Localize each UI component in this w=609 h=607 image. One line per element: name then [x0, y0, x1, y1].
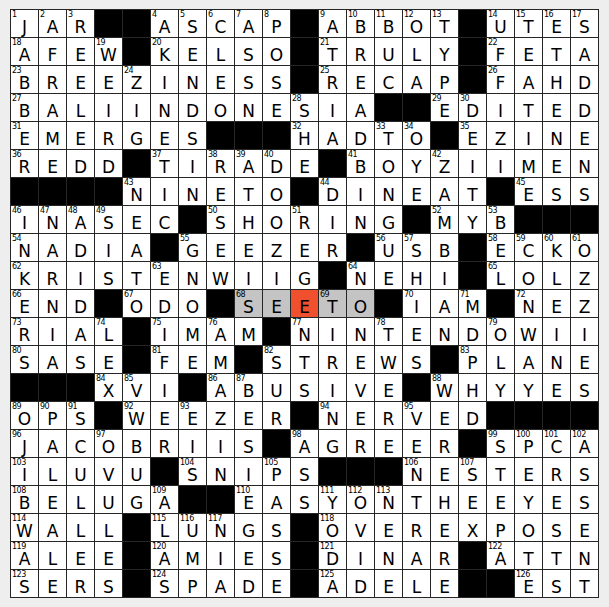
- cell-r8c14[interactable]: G: [375, 206, 402, 233]
- cell-r13c21[interactable]: E: [571, 346, 598, 373]
- cell-r4c1[interactable]: 27B: [11, 94, 38, 121]
- cell-r19c20[interactable]: S: [543, 514, 570, 541]
- cell-r8c9[interactable]: H: [235, 206, 262, 233]
- cell-r11c10[interactable]: E: [263, 290, 290, 317]
- cell-r18c16[interactable]: H: [431, 486, 458, 513]
- cell-r10c10[interactable]: I: [263, 262, 290, 289]
- cell-r10c20[interactable]: L: [543, 262, 570, 289]
- cell-r8c12[interactable]: I: [319, 206, 346, 233]
- cell-r14c20[interactable]: E: [543, 374, 570, 401]
- cell-r5c13[interactable]: D: [347, 122, 374, 149]
- cell-r15c10[interactable]: R: [263, 402, 290, 429]
- cell-r17c9[interactable]: I: [235, 458, 262, 485]
- cell-r10c9[interactable]: I: [235, 262, 262, 289]
- cell-r18c14[interactable]: 113N: [375, 486, 402, 513]
- cell-r12c16[interactable]: N: [431, 318, 458, 345]
- cell-r5c21[interactable]: E: [571, 122, 598, 149]
- cell-r11c15[interactable]: 70I: [403, 290, 430, 317]
- cell-r9c16[interactable]: B: [431, 234, 458, 261]
- cell-r18c5[interactable]: G: [123, 486, 150, 513]
- cell-r17c10[interactable]: 105P: [263, 458, 290, 485]
- cell-r2c2[interactable]: F: [39, 38, 66, 65]
- cell-r8c11[interactable]: 51R: [291, 206, 318, 233]
- cell-r11c21[interactable]: Z: [571, 290, 598, 317]
- cell-r9c1[interactable]: 54N: [11, 234, 38, 261]
- cell-r9c19[interactable]: 59C: [515, 234, 542, 261]
- cell-r10c16[interactable]: I: [431, 262, 458, 289]
- cell-r16c18[interactable]: 99S: [487, 430, 514, 457]
- cell-r16c3[interactable]: C: [67, 430, 94, 457]
- cell-r17c19[interactable]: E: [515, 458, 542, 485]
- cell-r6c15[interactable]: Y: [403, 150, 430, 177]
- cell-r18c2[interactable]: E: [39, 486, 66, 513]
- cell-r14c18[interactable]: Y: [487, 374, 514, 401]
- cell-r7c9[interactable]: T: [235, 178, 262, 205]
- cell-r14c14[interactable]: E: [375, 374, 402, 401]
- cell-r14c13[interactable]: V: [347, 374, 374, 401]
- cell-r19c17[interactable]: X: [459, 514, 486, 541]
- cell-r16c8[interactable]: I: [207, 430, 234, 457]
- cell-r20c18[interactable]: 122A: [487, 542, 514, 569]
- cell-r10c8[interactable]: W: [207, 262, 234, 289]
- cell-r7c6[interactable]: I: [151, 178, 178, 205]
- cell-r15c14[interactable]: R: [375, 402, 402, 429]
- cell-r2c10[interactable]: O: [263, 38, 290, 65]
- cell-r3c4[interactable]: E: [95, 66, 122, 93]
- cell-r17c1[interactable]: 103I: [11, 458, 38, 485]
- cell-r17c11[interactable]: S: [291, 458, 318, 485]
- cell-r7c15[interactable]: E: [403, 178, 430, 205]
- cell-r4c6[interactable]: N: [151, 94, 178, 121]
- cell-r12c15[interactable]: E: [403, 318, 430, 345]
- cell-r3c2[interactable]: R: [39, 66, 66, 93]
- cell-r6c14[interactable]: O: [375, 150, 402, 177]
- cell-r14c11[interactable]: S: [291, 374, 318, 401]
- cell-r5c6[interactable]: E: [151, 122, 178, 149]
- cell-r13c15[interactable]: S: [403, 346, 430, 373]
- cell-r16c15[interactable]: E: [403, 430, 430, 457]
- cell-r4c2[interactable]: A: [39, 94, 66, 121]
- cell-r3c5[interactable]: 24Z: [123, 66, 150, 93]
- cell-r18c15[interactable]: T: [403, 486, 430, 513]
- cell-r7c17[interactable]: T: [459, 178, 486, 205]
- cell-r6c3[interactable]: D: [67, 150, 94, 177]
- cell-r20c2[interactable]: L: [39, 542, 66, 569]
- cell-r2c13[interactable]: R: [347, 38, 374, 65]
- cell-r4c21[interactable]: D: [571, 94, 598, 121]
- cell-r2c20[interactable]: T: [543, 38, 570, 65]
- cell-r13c10[interactable]: 82S: [263, 346, 290, 373]
- cell-r2c6[interactable]: 20K: [151, 38, 178, 65]
- cell-r21c12[interactable]: 125A: [319, 570, 346, 597]
- cell-r8c13[interactable]: N: [347, 206, 374, 233]
- cell-r3c9[interactable]: S: [235, 66, 262, 93]
- cell-r1c15[interactable]: 12O: [403, 10, 430, 37]
- cell-r1c6[interactable]: 4A: [151, 10, 178, 37]
- cell-r20c3[interactable]: E: [67, 542, 94, 569]
- cell-r17c2[interactable]: L: [39, 458, 66, 485]
- cell-r2c1[interactable]: 18A: [11, 38, 38, 65]
- cell-r19c13[interactable]: V: [347, 514, 374, 541]
- cell-r3c15[interactable]: A: [403, 66, 430, 93]
- cell-r21c13[interactable]: D: [347, 570, 374, 597]
- cell-r20c19[interactable]: T: [515, 542, 542, 569]
- cell-r13c8[interactable]: M: [207, 346, 234, 373]
- cell-r13c11[interactable]: T: [291, 346, 318, 373]
- cell-r14c17[interactable]: H: [459, 374, 486, 401]
- cell-r6c16[interactable]: 42Z: [431, 150, 458, 177]
- cell-r14c19[interactable]: Y: [515, 374, 542, 401]
- cell-r12c3[interactable]: A: [67, 318, 94, 345]
- cell-r20c4[interactable]: E: [95, 542, 122, 569]
- cell-r16c5[interactable]: B: [123, 430, 150, 457]
- cell-r20c1[interactable]: 119A: [11, 542, 38, 569]
- cell-r19c18[interactable]: P: [487, 514, 514, 541]
- cell-r21c10[interactable]: E: [263, 570, 290, 597]
- cell-r6c20[interactable]: E: [543, 150, 570, 177]
- cell-r10c7[interactable]: N: [179, 262, 206, 289]
- cell-r17c18[interactable]: T: [487, 458, 514, 485]
- cell-r18c1[interactable]: 108B: [11, 486, 38, 513]
- cell-r20c15[interactable]: A: [403, 542, 430, 569]
- cell-r15c7[interactable]: 93E: [179, 402, 206, 429]
- cell-r3c20[interactable]: H: [543, 66, 570, 93]
- cell-r9c21[interactable]: 61O: [571, 234, 598, 261]
- cell-r7c10[interactable]: O: [263, 178, 290, 205]
- cell-r13c20[interactable]: N: [543, 346, 570, 373]
- cell-r16c4[interactable]: 97O: [95, 430, 122, 457]
- cell-r15c13[interactable]: E: [347, 402, 374, 429]
- cell-r18c18[interactable]: E: [487, 486, 514, 513]
- cell-r5c15[interactable]: 34O: [403, 122, 430, 149]
- cell-r1c1[interactable]: 1J: [11, 10, 38, 37]
- cell-r13c18[interactable]: L: [487, 346, 514, 373]
- cell-r16c13[interactable]: R: [347, 430, 374, 457]
- cell-r4c7[interactable]: D: [179, 94, 206, 121]
- cell-r10c5[interactable]: T: [123, 262, 150, 289]
- cell-r5c3[interactable]: E: [67, 122, 94, 149]
- cell-r9c15[interactable]: 57S: [403, 234, 430, 261]
- cell-r19c21[interactable]: E: [571, 514, 598, 541]
- cell-r5c17[interactable]: 35E: [459, 122, 486, 149]
- cell-r7c8[interactable]: E: [207, 178, 234, 205]
- cell-r19c2[interactable]: A: [39, 514, 66, 541]
- cell-r12c12[interactable]: I: [319, 318, 346, 345]
- cell-r9c18[interactable]: 58E: [487, 234, 514, 261]
- cell-r19c4[interactable]: L: [95, 514, 122, 541]
- cell-r10c13[interactable]: 64N: [347, 262, 374, 289]
- cell-r13c12[interactable]: R: [319, 346, 346, 373]
- cell-r8c5[interactable]: E: [123, 206, 150, 233]
- cell-r11c5[interactable]: 67O: [123, 290, 150, 317]
- cell-r12c7[interactable]: M: [179, 318, 206, 345]
- cell-r9c12[interactable]: R: [319, 234, 346, 261]
- cell-r15c8[interactable]: Z: [207, 402, 234, 429]
- cell-r11c11[interactable]: E: [291, 290, 318, 317]
- cell-r5c20[interactable]: N: [543, 122, 570, 149]
- cell-r19c15[interactable]: R: [403, 514, 430, 541]
- cell-r11c6[interactable]: D: [151, 290, 178, 317]
- cell-r6c18[interactable]: I: [487, 150, 514, 177]
- cell-r4c5[interactable]: I: [123, 94, 150, 121]
- cell-r20c9[interactable]: E: [235, 542, 262, 569]
- cell-r6c7[interactable]: I: [179, 150, 206, 177]
- cell-r9c7[interactable]: 55G: [179, 234, 206, 261]
- cell-r12c9[interactable]: M: [235, 318, 262, 345]
- cell-r8c2[interactable]: 47N: [39, 206, 66, 233]
- cell-r10c14[interactable]: E: [375, 262, 402, 289]
- cell-r7c19[interactable]: 45E: [515, 178, 542, 205]
- cell-r4c19[interactable]: T: [515, 94, 542, 121]
- cell-r1c10[interactable]: 8P: [263, 10, 290, 37]
- cell-r20c14[interactable]: N: [375, 542, 402, 569]
- cell-r4c11[interactable]: 28S: [291, 94, 318, 121]
- cell-r14c16[interactable]: 88W: [431, 374, 458, 401]
- cell-r18c3[interactable]: L: [67, 486, 94, 513]
- cell-r17c4[interactable]: V: [95, 458, 122, 485]
- cell-r11c13[interactable]: O: [347, 290, 374, 317]
- cell-r2c12[interactable]: 21T: [319, 38, 346, 65]
- cell-r3c8[interactable]: E: [207, 66, 234, 93]
- cell-r18c13[interactable]: 112O: [347, 486, 374, 513]
- cell-r16c7[interactable]: I: [179, 430, 206, 457]
- cell-r21c2[interactable]: E: [39, 570, 66, 597]
- cell-r5c4[interactable]: R: [95, 122, 122, 149]
- cell-r11c9[interactable]: 68S: [235, 290, 262, 317]
- cell-r18c19[interactable]: Y: [515, 486, 542, 513]
- cell-r13c4[interactable]: E: [95, 346, 122, 373]
- cell-r17c15[interactable]: 106N: [403, 458, 430, 485]
- cell-r3c18[interactable]: 26F: [487, 66, 514, 93]
- cell-r11c17[interactable]: 71M: [459, 290, 486, 317]
- cell-r9c9[interactable]: E: [235, 234, 262, 261]
- cell-r11c1[interactable]: 66E: [11, 290, 38, 317]
- cell-r14c5[interactable]: 85V: [123, 374, 150, 401]
- cell-r11c2[interactable]: N: [39, 290, 66, 317]
- cell-r18c10[interactable]: A: [263, 486, 290, 513]
- cell-r20c10[interactable]: S: [263, 542, 290, 569]
- cell-r15c9[interactable]: E: [235, 402, 262, 429]
- cell-r2c7[interactable]: E: [179, 38, 206, 65]
- cell-r4c17[interactable]: 30D: [459, 94, 486, 121]
- cell-r18c6[interactable]: 109A: [151, 486, 178, 513]
- cell-r15c16[interactable]: E: [431, 402, 458, 429]
- cell-r4c16[interactable]: 29E: [431, 94, 458, 121]
- cell-r8c10[interactable]: O: [263, 206, 290, 233]
- cell-r4c12[interactable]: I: [319, 94, 346, 121]
- cell-r12c21[interactable]: I: [571, 318, 598, 345]
- cell-r3c7[interactable]: N: [179, 66, 206, 93]
- cell-r18c11[interactable]: S: [291, 486, 318, 513]
- cell-r7c16[interactable]: A: [431, 178, 458, 205]
- cell-r21c19[interactable]: 126E: [515, 570, 542, 597]
- cell-r19c19[interactable]: O: [515, 514, 542, 541]
- cell-r2c18[interactable]: 22F: [487, 38, 514, 65]
- cell-r4c10[interactable]: E: [263, 94, 290, 121]
- cell-r21c7[interactable]: P: [179, 570, 206, 597]
- cell-r6c21[interactable]: N: [571, 150, 598, 177]
- cell-r12c18[interactable]: 79O: [487, 318, 514, 345]
- cell-r10c1[interactable]: 62K: [11, 262, 38, 289]
- cell-r17c21[interactable]: S: [571, 458, 598, 485]
- cell-r12c14[interactable]: 78T: [375, 318, 402, 345]
- cell-r16c2[interactable]: A: [39, 430, 66, 457]
- cell-r2c9[interactable]: S: [235, 38, 262, 65]
- cell-r8c16[interactable]: 52M: [431, 206, 458, 233]
- cell-r1c20[interactable]: 16E: [543, 10, 570, 37]
- cell-r1c21[interactable]: 17S: [571, 10, 598, 37]
- cell-r13c17[interactable]: 83P: [459, 346, 486, 373]
- cell-r16c11[interactable]: 98A: [291, 430, 318, 457]
- cell-r10c19[interactable]: O: [515, 262, 542, 289]
- cell-r3c10[interactable]: S: [263, 66, 290, 93]
- cell-r2c16[interactable]: Y: [431, 38, 458, 65]
- cell-r10c18[interactable]: 65L: [487, 262, 514, 289]
- cell-r19c9[interactable]: G: [235, 514, 262, 541]
- cell-r11c16[interactable]: A: [431, 290, 458, 317]
- cell-r12c6[interactable]: 75I: [151, 318, 178, 345]
- cell-r14c6[interactable]: I: [151, 374, 178, 401]
- cell-r2c8[interactable]: L: [207, 38, 234, 65]
- cell-r17c5[interactable]: U: [123, 458, 150, 485]
- cell-r3c13[interactable]: E: [347, 66, 374, 93]
- cell-r7c14[interactable]: N: [375, 178, 402, 205]
- cell-r5c5[interactable]: G: [123, 122, 150, 149]
- cell-r1c2[interactable]: 2A: [39, 10, 66, 37]
- cell-r8c8[interactable]: 50S: [207, 206, 234, 233]
- cell-r21c3[interactable]: R: [67, 570, 94, 597]
- cell-r14c9[interactable]: 87B: [235, 374, 262, 401]
- cell-r11c19[interactable]: 72N: [515, 290, 542, 317]
- cell-r4c13[interactable]: A: [347, 94, 374, 121]
- cell-r16c1[interactable]: 96J: [11, 430, 38, 457]
- cell-r3c6[interactable]: I: [151, 66, 178, 93]
- cell-r2c14[interactable]: U: [375, 38, 402, 65]
- cell-r10c2[interactable]: R: [39, 262, 66, 289]
- cell-r9c5[interactable]: A: [123, 234, 150, 261]
- cell-r17c7[interactable]: 104S: [179, 458, 206, 485]
- cell-r4c8[interactable]: O: [207, 94, 234, 121]
- cell-r5c18[interactable]: Z: [487, 122, 514, 149]
- cell-r7c7[interactable]: N: [179, 178, 206, 205]
- cell-r15c15[interactable]: 95V: [403, 402, 430, 429]
- cell-r21c16[interactable]: E: [431, 570, 458, 597]
- cell-r17c17[interactable]: 107S: [459, 458, 486, 485]
- cell-r19c12[interactable]: 118O: [319, 514, 346, 541]
- cell-r16c14[interactable]: E: [375, 430, 402, 457]
- cell-r9c4[interactable]: I: [95, 234, 122, 261]
- cell-r11c7[interactable]: O: [179, 290, 206, 317]
- cell-r6c9[interactable]: 39A: [235, 150, 262, 177]
- cell-r20c7[interactable]: M: [179, 542, 206, 569]
- cell-r1c18[interactable]: 14U: [487, 10, 514, 37]
- cell-r1c8[interactable]: 6C: [207, 10, 234, 37]
- cell-r3c1[interactable]: 23B: [11, 66, 38, 93]
- cell-r15c3[interactable]: 91S: [67, 402, 94, 429]
- cell-r3c12[interactable]: 25R: [319, 66, 346, 93]
- cell-r13c6[interactable]: 81F: [151, 346, 178, 373]
- cell-r2c3[interactable]: E: [67, 38, 94, 65]
- cell-r6c11[interactable]: E: [291, 150, 318, 177]
- cell-r10c6[interactable]: 63E: [151, 262, 178, 289]
- cell-r6c1[interactable]: 36R: [11, 150, 38, 177]
- cell-r21c4[interactable]: S: [95, 570, 122, 597]
- cell-r12c8[interactable]: 76A: [207, 318, 234, 345]
- cell-r15c5[interactable]: 92W: [123, 402, 150, 429]
- cell-r1c9[interactable]: 7A: [235, 10, 262, 37]
- cell-r9c11[interactable]: E: [291, 234, 318, 261]
- cell-r13c7[interactable]: E: [179, 346, 206, 373]
- cell-r8c1[interactable]: 46I: [11, 206, 38, 233]
- cell-r19c14[interactable]: E: [375, 514, 402, 541]
- cell-r3c19[interactable]: A: [515, 66, 542, 93]
- cell-r2c15[interactable]: L: [403, 38, 430, 65]
- cell-r7c5[interactable]: 43N: [123, 178, 150, 205]
- cell-r17c3[interactable]: U: [67, 458, 94, 485]
- cell-r11c12[interactable]: 69T: [319, 290, 346, 317]
- cell-r21c14[interactable]: E: [375, 570, 402, 597]
- cell-r14c12[interactable]: I: [319, 374, 346, 401]
- cell-r10c4[interactable]: S: [95, 262, 122, 289]
- cell-r20c12[interactable]: 121D: [319, 542, 346, 569]
- cell-r9c2[interactable]: A: [39, 234, 66, 261]
- cell-r10c21[interactable]: Z: [571, 262, 598, 289]
- cell-r1c3[interactable]: 3R: [67, 10, 94, 37]
- cell-r21c6[interactable]: 124S: [151, 570, 178, 597]
- cell-r6c6[interactable]: 37T: [151, 150, 178, 177]
- cell-r1c16[interactable]: 13T: [431, 10, 458, 37]
- cell-r6c2[interactable]: E: [39, 150, 66, 177]
- cell-r18c12[interactable]: 111Y: [319, 486, 346, 513]
- cell-r18c9[interactable]: 110E: [235, 486, 262, 513]
- cell-r21c8[interactable]: A: [207, 570, 234, 597]
- cell-r16c16[interactable]: R: [431, 430, 458, 457]
- cell-r3c3[interactable]: E: [67, 66, 94, 93]
- cell-r2c19[interactable]: E: [515, 38, 542, 65]
- cell-r4c4[interactable]: I: [95, 94, 122, 121]
- cell-r5c2[interactable]: M: [39, 122, 66, 149]
- cell-r15c17[interactable]: D: [459, 402, 486, 429]
- cell-r10c15[interactable]: H: [403, 262, 430, 289]
- cell-r18c21[interactable]: S: [571, 486, 598, 513]
- cell-r1c7[interactable]: 5S: [179, 10, 206, 37]
- cell-r9c20[interactable]: 60K: [543, 234, 570, 261]
- cell-r3c16[interactable]: P: [431, 66, 458, 93]
- cell-r5c1[interactable]: 31E: [11, 122, 38, 149]
- cell-r2c21[interactable]: A: [571, 38, 598, 65]
- cell-r21c20[interactable]: S: [543, 570, 570, 597]
- cell-r14c10[interactable]: U: [263, 374, 290, 401]
- cell-r4c3[interactable]: L: [67, 94, 94, 121]
- cell-r12c13[interactable]: N: [347, 318, 374, 345]
- cell-r19c10[interactable]: S: [263, 514, 290, 541]
- cell-r6c8[interactable]: 38R: [207, 150, 234, 177]
- cell-r21c21[interactable]: T: [571, 570, 598, 597]
- cell-r21c1[interactable]: 123S: [11, 570, 38, 597]
- cell-r6c10[interactable]: 40D: [263, 150, 290, 177]
- cell-r16c20[interactable]: 101C: [543, 430, 570, 457]
- cell-r20c16[interactable]: R: [431, 542, 458, 569]
- cell-r11c20[interactable]: E: [543, 290, 570, 317]
- cell-r4c20[interactable]: E: [543, 94, 570, 121]
- cell-r12c19[interactable]: W: [515, 318, 542, 345]
- cell-r11c3[interactable]: D: [67, 290, 94, 317]
- cell-r8c17[interactable]: Y: [459, 206, 486, 233]
- cell-r16c12[interactable]: G: [319, 430, 346, 457]
- cell-r17c8[interactable]: N: [207, 458, 234, 485]
- cell-r5c11[interactable]: 32H: [291, 122, 318, 149]
- cell-r5c14[interactable]: 33T: [375, 122, 402, 149]
